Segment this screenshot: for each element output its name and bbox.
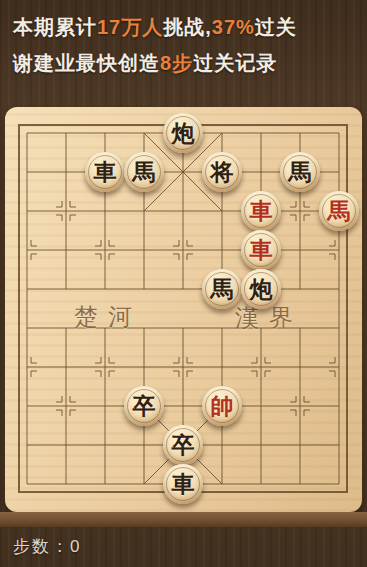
- chariot-glyph: 車: [250, 230, 273, 270]
- header-text-segment: 8步: [160, 52, 193, 74]
- pieces-layer: 炮車馬将馬車馬車馬炮卒帥卒車: [8, 114, 359, 504]
- chariot-glyph: 車: [172, 464, 195, 504]
- board-front-edge: [0, 512, 367, 527]
- piece-black-horse[interactable]: 馬: [202, 269, 242, 309]
- soldier-glyph: 卒: [172, 425, 195, 465]
- piece-black-soldier[interactable]: 卒: [124, 386, 164, 426]
- header-text-segment: 17万人: [97, 16, 163, 38]
- xiangqi-puzzle-screen: 本期累计17万人挑战,37%过关 谢建业最快创造8步过关记录 楚河 漢界 炮車馬…: [0, 0, 367, 567]
- piece-black-cannon[interactable]: 炮: [163, 113, 203, 153]
- challenge-stats-text: 本期累计17万人挑战,37%过关: [13, 14, 297, 41]
- step-counter-label: 步数：: [13, 537, 70, 556]
- piece-black-chariot[interactable]: 車: [163, 464, 203, 504]
- cannon-glyph: 炮: [172, 113, 195, 153]
- piece-black-general[interactable]: 将: [202, 152, 242, 192]
- chariot-glyph: 車: [250, 191, 273, 231]
- header-text-segment: 过关: [255, 16, 297, 38]
- soldier-glyph: 卒: [133, 386, 156, 426]
- piece-black-horse[interactable]: 馬: [124, 152, 164, 192]
- piece-red-horse[interactable]: 馬: [319, 191, 359, 231]
- horse-glyph: 馬: [289, 152, 312, 192]
- horse-glyph: 馬: [211, 269, 234, 309]
- piece-red-general[interactable]: 帥: [202, 386, 242, 426]
- horse-glyph: 馬: [328, 191, 351, 231]
- header-text-segment: 本期累计: [13, 16, 97, 38]
- step-counter-value: 0: [70, 537, 81, 556]
- header-text-segment: 挑战,: [163, 16, 212, 38]
- general-glyph: 将: [211, 152, 234, 192]
- step-counter: 步数：0: [13, 535, 81, 558]
- header-text-segment: 谢建业最快创造: [13, 52, 160, 74]
- piece-black-horse[interactable]: 馬: [280, 152, 320, 192]
- header-text-segment: 37%: [212, 16, 255, 38]
- piece-black-soldier[interactable]: 卒: [163, 425, 203, 465]
- cannon-glyph: 炮: [250, 269, 273, 309]
- header-text-segment: 过关记录: [193, 52, 277, 74]
- xiangqi-board[interactable]: 楚河 漢界 炮車馬将馬車馬車馬炮卒帥卒車: [5, 107, 362, 512]
- horse-glyph: 馬: [133, 152, 156, 192]
- general-glyph: 帥: [211, 386, 234, 426]
- chariot-glyph: 車: [94, 152, 117, 192]
- piece-red-chariot[interactable]: 車: [241, 191, 281, 231]
- piece-black-cannon[interactable]: 炮: [241, 269, 281, 309]
- record-holder-text: 谢建业最快创造8步过关记录: [13, 50, 277, 77]
- piece-black-chariot[interactable]: 車: [85, 152, 125, 192]
- piece-red-chariot[interactable]: 車: [241, 230, 281, 270]
